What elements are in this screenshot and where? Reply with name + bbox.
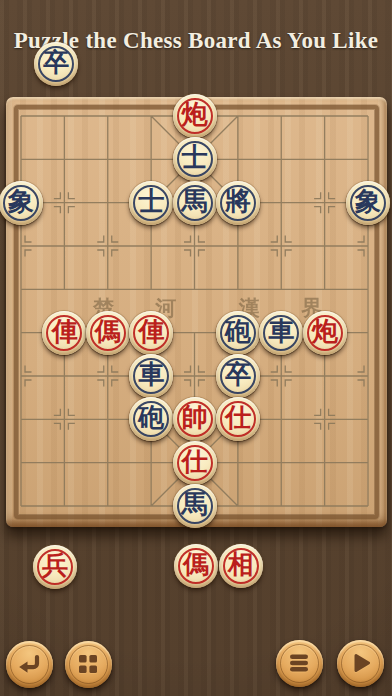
piece-black-advisor[interactable]: 士 <box>173 137 217 181</box>
piece-glyph: 相 <box>228 543 254 587</box>
piece-black-horse[interactable]: 馬 <box>173 484 217 528</box>
pieces-tray-button[interactable] <box>65 641 112 688</box>
piece-red-advisor[interactable]: 仕 <box>216 397 260 441</box>
piece-black-chariot[interactable]: 車 <box>259 311 303 355</box>
piece-glyph: 馬 <box>182 180 208 224</box>
piece-red-elephant[interactable]: 相 <box>219 544 263 588</box>
piece-glyph: 傌 <box>95 310 121 354</box>
play-icon <box>347 650 373 676</box>
piece-glyph: 炮 <box>182 93 208 137</box>
grid-squares-icon <box>75 651 101 677</box>
piece-glyph: 象 <box>355 180 381 224</box>
piece-black-chariot[interactable]: 車 <box>129 354 173 398</box>
piece-glyph: 砲 <box>225 310 251 354</box>
piece-glyph: 炮 <box>312 310 338 354</box>
menu-button[interactable] <box>276 640 323 687</box>
piece-black-soldier[interactable]: 卒 <box>34 42 78 86</box>
piece-black-elephant[interactable]: 象 <box>346 181 390 225</box>
piece-black-cannon[interactable]: 砲 <box>129 397 173 441</box>
piece-black-cannon[interactable]: 砲 <box>216 311 260 355</box>
start-button[interactable] <box>337 640 384 687</box>
undo-button[interactable] <box>6 641 53 688</box>
piece-glyph: 砲 <box>138 396 164 440</box>
piece-glyph: 士 <box>138 180 164 224</box>
list-bars-icon <box>286 650 312 676</box>
piece-glyph: 帥 <box>182 396 208 440</box>
piece-red-cannon[interactable]: 炮 <box>173 94 217 138</box>
piece-red-horse[interactable]: 傌 <box>86 311 130 355</box>
piece-glyph: 車 <box>138 353 164 397</box>
piece-black-advisor[interactable]: 士 <box>129 181 173 225</box>
piece-glyph: 俥 <box>138 310 164 354</box>
piece-glyph: 傌 <box>183 543 209 587</box>
piece-red-cannon[interactable]: 炮 <box>303 311 347 355</box>
piece-glyph: 卒 <box>225 353 251 397</box>
piece-glyph: 仕 <box>225 396 251 440</box>
piece-black-soldier[interactable]: 卒 <box>216 354 260 398</box>
app-screen: { "app": { "title": "Puzzle the Chess Bo… <box>0 0 392 696</box>
piece-black-general[interactable]: 將 <box>216 181 260 225</box>
piece-glyph: 俥 <box>51 310 77 354</box>
piece-red-soldier[interactable]: 兵 <box>33 545 77 589</box>
piece-glyph: 士 <box>182 136 208 180</box>
piece-red-horse[interactable]: 傌 <box>174 544 218 588</box>
piece-glyph: 將 <box>225 180 251 224</box>
piece-glyph: 車 <box>268 310 294 354</box>
piece-black-elephant[interactable]: 象 <box>0 181 43 225</box>
return-arrow-icon <box>16 651 42 677</box>
piece-glyph: 卒 <box>43 41 69 85</box>
piece-glyph: 仕 <box>182 440 208 484</box>
piece-red-advisor[interactable]: 仕 <box>173 441 217 485</box>
piece-glyph: 馬 <box>182 483 208 527</box>
piece-black-horse[interactable]: 馬 <box>173 181 217 225</box>
piece-glyph: 兵 <box>42 544 68 588</box>
piece-red-chariot[interactable]: 俥 <box>129 311 173 355</box>
piece-glyph: 象 <box>8 180 34 224</box>
piece-red-chariot[interactable]: 俥 <box>42 311 86 355</box>
pieces-layer: 炮士象士馬將象俥傌俥砲車炮車卒砲帥仕仕馬卒兵傌相 <box>0 0 392 696</box>
piece-red-general[interactable]: 帥 <box>173 397 217 441</box>
